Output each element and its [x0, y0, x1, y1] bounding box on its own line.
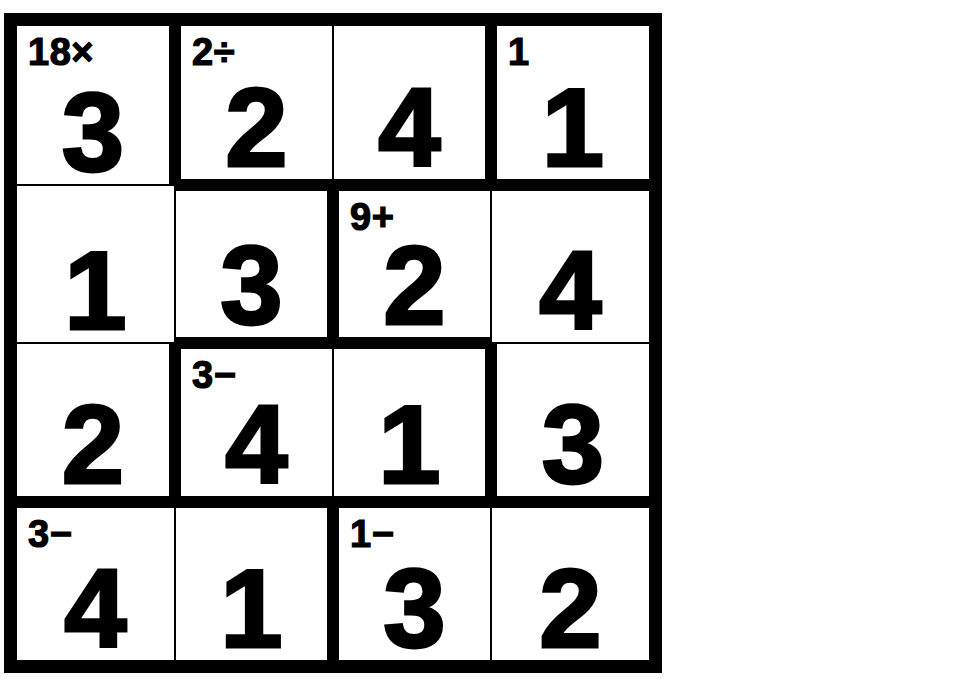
cell-r1c3[interactable]: 4	[333, 26, 491, 185]
cell-value: 3	[220, 241, 282, 331]
cell-value: 3	[62, 88, 124, 178]
cell-value: 4	[378, 83, 440, 173]
cell-value: 4	[539, 246, 601, 336]
cell-value: 3	[383, 564, 445, 654]
cell-value: 2	[539, 564, 601, 654]
cage-clue: 18×	[28, 33, 94, 71]
cell-r3c4[interactable]: 3	[491, 343, 649, 502]
cell-r2c3[interactable]: 9+ 2	[333, 185, 491, 344]
cage-clue: 3−	[192, 356, 236, 394]
cell-r4c3[interactable]: 1− 3	[333, 502, 491, 661]
cage-clue: 1−	[350, 515, 394, 553]
cell-r3c3[interactable]: 1	[333, 343, 491, 502]
cell-value: 2	[383, 241, 445, 331]
cell-value: 1	[64, 246, 126, 336]
cell-r1c4[interactable]: 1 1	[491, 26, 649, 185]
kenken-board: 18× 3 2÷ 2 4 1 1 1 3 9+ 2 4 2 3− 4 1	[4, 13, 662, 673]
cage-clue: 9+	[350, 198, 394, 236]
cell-value: 1	[378, 400, 440, 490]
cell-r2c1[interactable]: 1	[17, 185, 175, 344]
cell-r4c4[interactable]: 2	[491, 502, 649, 661]
cell-r2c4[interactable]: 4	[491, 185, 649, 344]
cage-clue: 3−	[28, 515, 72, 553]
cell-value: 4	[225, 400, 287, 490]
cell-value: 2	[225, 83, 287, 173]
cage-clue: 2÷	[192, 33, 235, 71]
cell-r3c1[interactable]: 2	[17, 343, 175, 502]
cell-r1c2[interactable]: 2÷ 2	[175, 26, 333, 185]
cell-value: 1	[220, 564, 282, 654]
cell-value: 3	[542, 400, 604, 490]
cell-r4c1[interactable]: 3− 4	[17, 502, 175, 661]
cell-r4c2[interactable]: 1	[175, 502, 333, 661]
cell-r3c2[interactable]: 3− 4	[175, 343, 333, 502]
cell-value: 2	[62, 400, 124, 490]
cell-r1c1[interactable]: 18× 3	[17, 26, 175, 185]
cage-clue: 1	[508, 33, 530, 71]
cell-value: 4	[64, 564, 126, 654]
cell-value: 1	[542, 83, 604, 173]
cell-r2c2[interactable]: 3	[175, 185, 333, 344]
